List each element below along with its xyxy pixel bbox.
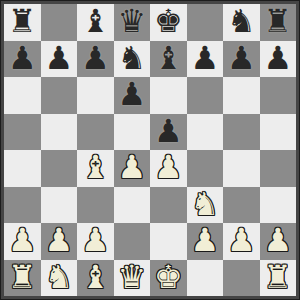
square-e2[interactable] xyxy=(150,223,187,260)
square-h2[interactable]: ♟ xyxy=(260,223,297,260)
square-b6[interactable] xyxy=(41,77,78,114)
white-pawn-d4[interactable]: ♟ xyxy=(117,151,146,183)
white-pawn-e4[interactable]: ♟ xyxy=(154,151,183,183)
square-f6[interactable] xyxy=(187,77,224,114)
square-a2[interactable]: ♟ xyxy=(4,223,41,260)
square-h4[interactable] xyxy=(260,150,297,187)
white-queen-d1[interactable]: ♛ xyxy=(117,261,146,293)
white-bishop-c1[interactable]: ♝ xyxy=(81,261,110,293)
square-e6[interactable] xyxy=(150,77,187,114)
square-e4[interactable]: ♟ xyxy=(150,150,187,187)
square-g3[interactable] xyxy=(223,187,260,224)
square-b2[interactable]: ♟ xyxy=(41,223,78,260)
black-bishop-c8[interactable]: ♝ xyxy=(81,5,110,37)
square-d4[interactable]: ♟ xyxy=(114,150,151,187)
black-bishop-e7[interactable]: ♝ xyxy=(154,42,183,74)
black-queen-d8[interactable]: ♛ xyxy=(117,5,146,37)
square-h6[interactable] xyxy=(260,77,297,114)
white-pawn-h2[interactable]: ♟ xyxy=(263,224,292,256)
square-b5[interactable] xyxy=(41,114,78,151)
square-b3[interactable] xyxy=(41,187,78,224)
square-a1[interactable]: ♜ xyxy=(4,260,41,297)
black-king-e8[interactable]: ♚ xyxy=(154,5,183,37)
square-c1[interactable]: ♝ xyxy=(77,260,114,297)
square-g6[interactable] xyxy=(223,77,260,114)
square-h3[interactable] xyxy=(260,187,297,224)
black-knight-d7[interactable]: ♞ xyxy=(117,42,146,74)
white-knight-f3[interactable]: ♞ xyxy=(190,188,219,220)
white-bishop-c4[interactable]: ♝ xyxy=(81,151,110,183)
white-king-e1[interactable]: ♚ xyxy=(154,261,183,293)
square-f7[interactable]: ♟ xyxy=(187,41,224,78)
white-knight-b1[interactable]: ♞ xyxy=(44,261,73,293)
square-b4[interactable] xyxy=(41,150,78,187)
square-b8[interactable] xyxy=(41,4,78,41)
square-a7[interactable]: ♟ xyxy=(4,41,41,78)
white-pawn-a2[interactable]: ♟ xyxy=(8,224,37,256)
square-g8[interactable]: ♞ xyxy=(223,4,260,41)
square-c6[interactable] xyxy=(77,77,114,114)
black-pawn-d6[interactable]: ♟ xyxy=(117,78,146,110)
chess-board: ♜♝♛♚♞♜♟♟♟♞♝♟♟♟♟♟♝♟♟♞♟♟♟♟♟♟♜♞♝♛♚♜ xyxy=(4,4,296,296)
square-g4[interactable] xyxy=(223,150,260,187)
square-f2[interactable]: ♟ xyxy=(187,223,224,260)
square-e3[interactable] xyxy=(150,187,187,224)
white-pawn-g2[interactable]: ♟ xyxy=(227,224,256,256)
square-d5[interactable] xyxy=(114,114,151,151)
square-a4[interactable] xyxy=(4,150,41,187)
square-f4[interactable] xyxy=(187,150,224,187)
square-c4[interactable]: ♝ xyxy=(77,150,114,187)
square-c3[interactable] xyxy=(77,187,114,224)
white-pawn-b2[interactable]: ♟ xyxy=(44,224,73,256)
square-e8[interactable]: ♚ xyxy=(150,4,187,41)
square-a6[interactable] xyxy=(4,77,41,114)
square-d1[interactable]: ♛ xyxy=(114,260,151,297)
square-f8[interactable] xyxy=(187,4,224,41)
square-a3[interactable] xyxy=(4,187,41,224)
square-g7[interactable]: ♟ xyxy=(223,41,260,78)
board-frame: ♜♝♛♚♞♜♟♟♟♞♝♟♟♟♟♟♝♟♟♞♟♟♟♟♟♟♜♞♝♛♚♜ xyxy=(0,0,300,300)
black-pawn-g7[interactable]: ♟ xyxy=(227,42,256,74)
square-d8[interactable]: ♛ xyxy=(114,4,151,41)
square-h8[interactable]: ♜ xyxy=(260,4,297,41)
square-c2[interactable]: ♟ xyxy=(77,223,114,260)
black-rook-a8[interactable]: ♜ xyxy=(8,5,37,37)
black-rook-h8[interactable]: ♜ xyxy=(263,5,292,37)
square-e5[interactable]: ♟ xyxy=(150,114,187,151)
black-pawn-e5[interactable]: ♟ xyxy=(154,115,183,147)
square-e7[interactable]: ♝ xyxy=(150,41,187,78)
square-f5[interactable] xyxy=(187,114,224,151)
square-b1[interactable]: ♞ xyxy=(41,260,78,297)
square-h5[interactable] xyxy=(260,114,297,151)
square-b7[interactable]: ♟ xyxy=(41,41,78,78)
square-c5[interactable] xyxy=(77,114,114,151)
square-h7[interactable]: ♟ xyxy=(260,41,297,78)
square-g1[interactable] xyxy=(223,260,260,297)
square-a5[interactable] xyxy=(4,114,41,151)
black-pawn-b7[interactable]: ♟ xyxy=(44,42,73,74)
black-pawn-h7[interactable]: ♟ xyxy=(263,42,292,74)
square-d6[interactable]: ♟ xyxy=(114,77,151,114)
square-c7[interactable]: ♟ xyxy=(77,41,114,78)
square-c8[interactable]: ♝ xyxy=(77,4,114,41)
black-knight-g8[interactable]: ♞ xyxy=(227,5,256,37)
square-e1[interactable]: ♚ xyxy=(150,260,187,297)
square-h1[interactable]: ♜ xyxy=(260,260,297,297)
square-g2[interactable]: ♟ xyxy=(223,223,260,260)
square-d2[interactable] xyxy=(114,223,151,260)
square-f3[interactable]: ♞ xyxy=(187,187,224,224)
black-pawn-a7[interactable]: ♟ xyxy=(8,42,37,74)
white-pawn-c2[interactable]: ♟ xyxy=(81,224,110,256)
black-pawn-f7[interactable]: ♟ xyxy=(190,42,219,74)
white-rook-a1[interactable]: ♜ xyxy=(8,261,37,293)
square-f1[interactable] xyxy=(187,260,224,297)
black-pawn-c7[interactable]: ♟ xyxy=(81,42,110,74)
square-g5[interactable] xyxy=(223,114,260,151)
square-a8[interactable]: ♜ xyxy=(4,4,41,41)
square-d3[interactable] xyxy=(114,187,151,224)
square-d7[interactable]: ♞ xyxy=(114,41,151,78)
white-rook-h1[interactable]: ♜ xyxy=(263,261,292,293)
white-pawn-f2[interactable]: ♟ xyxy=(190,224,219,256)
